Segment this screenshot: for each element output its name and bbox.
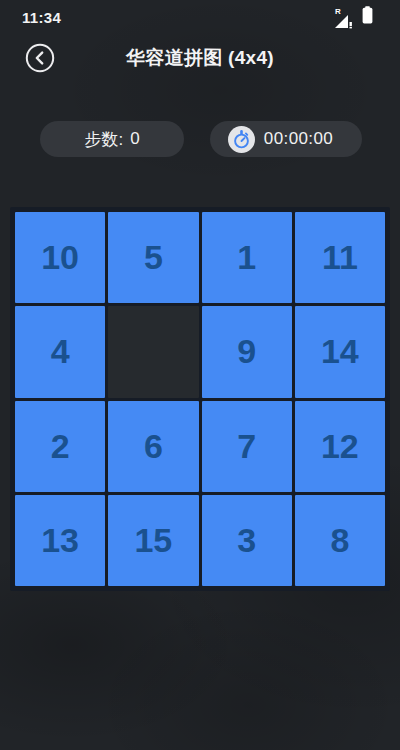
steps-counter: 步数: 0	[40, 121, 184, 157]
stats-row: 步数: 0 00:00:00	[0, 121, 400, 157]
timer-value: 00:00:00	[264, 129, 333, 149]
steps-value: 0	[130, 129, 139, 149]
back-button[interactable]	[25, 43, 55, 73]
puzzle-tile-r1c2[interactable]: 5	[108, 212, 198, 303]
signal-icon: R	[334, 9, 354, 29]
puzzle-tile-r1c4[interactable]: 11	[295, 212, 385, 303]
page-title: 华容道拼图 (4x4)	[126, 45, 274, 71]
steps-label: 步数:	[84, 128, 123, 151]
puzzle-tile-r2c1[interactable]: 4	[15, 306, 105, 397]
status-icons: R	[334, 5, 374, 29]
puzzle-tile-r3c3[interactable]: 7	[202, 401, 292, 492]
status-time: 11:34	[22, 9, 61, 26]
status-bar: 11:34 R	[0, 0, 400, 30]
header: 华容道拼图 (4x4)	[0, 42, 400, 74]
empty-slot-r2c2	[108, 306, 198, 397]
timer: 00:00:00	[210, 121, 362, 157]
chevron-left-icon	[25, 61, 55, 76]
puzzle-tile-r4c3[interactable]: 3	[202, 495, 292, 586]
puzzle-tile-r3c1[interactable]: 2	[15, 401, 105, 492]
puzzle-tile-r4c1[interactable]: 13	[15, 495, 105, 586]
puzzle-board: 10 5 1 11 4 9 14 2 6 7 12 13 15 3 8	[10, 207, 390, 591]
puzzle-tile-r3c4[interactable]: 12	[295, 401, 385, 492]
puzzle-tile-r4c4[interactable]: 8	[295, 495, 385, 586]
puzzle-tile-r3c2[interactable]: 6	[108, 401, 198, 492]
puzzle-tile-r4c2[interactable]: 15	[108, 495, 198, 586]
puzzle-tile-r1c1[interactable]: 10	[15, 212, 105, 303]
puzzle-tile-r2c4[interactable]: 14	[295, 306, 385, 397]
puzzle-tile-r1c3[interactable]: 1	[202, 212, 292, 303]
battery-icon	[361, 5, 374, 29]
puzzle-tile-r2c3[interactable]: 9	[202, 306, 292, 397]
stopwatch-icon	[228, 126, 255, 153]
